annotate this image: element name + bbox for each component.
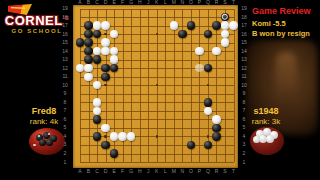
- coord-label: 13: [60, 57, 70, 62]
- grid-line: [174, 9, 175, 163]
- stone-black-Q16: [204, 30, 212, 38]
- bowl-highlight: [48, 133, 50, 135]
- coord-label: N: [178, 169, 186, 174]
- stone-white-C8: [93, 98, 101, 106]
- coord-label: 1: [60, 160, 70, 165]
- komi-label: Komi -5.5: [252, 19, 318, 28]
- coord-label: 15: [60, 40, 70, 45]
- coord-label: F: [119, 0, 127, 5]
- coord-label: 2: [60, 151, 70, 156]
- coord-label: 6: [239, 117, 249, 122]
- stone-black-C13: [93, 55, 101, 63]
- grid-line: [80, 94, 234, 95]
- stone-black-D3: [101, 141, 109, 149]
- stone-black-B15: [84, 38, 92, 46]
- stone-black-C6: [93, 115, 101, 123]
- coord-label: S: [221, 169, 229, 174]
- coord-label: O: [187, 0, 195, 5]
- background-photo-highlight: [276, 52, 296, 112]
- grid-line: [234, 9, 235, 163]
- coord-label: E: [110, 169, 118, 174]
- stone-white-S16: [221, 30, 229, 38]
- grid-line: [80, 154, 234, 155]
- stone-white-D15: [101, 38, 109, 46]
- coord-label: B: [85, 169, 93, 174]
- stone-black-B16: [84, 30, 92, 38]
- bowl-stone: [39, 139, 46, 146]
- coord-label: 17: [60, 23, 70, 28]
- coord-label: 1: [239, 160, 249, 165]
- stone-black-R4: [212, 132, 220, 140]
- grid-line: [199, 9, 200, 163]
- coord-label: 12: [60, 66, 70, 71]
- stone-white-E14: [110, 47, 118, 55]
- stone-white-P14: [195, 47, 203, 55]
- coord-label: D: [102, 0, 110, 5]
- coord-label: Q: [204, 169, 212, 174]
- coord-label: C: [93, 169, 101, 174]
- coord-label: 15: [239, 40, 249, 45]
- stone-black-C4: [93, 132, 101, 140]
- coord-label: 16: [239, 32, 249, 37]
- go-board[interactable]: [73, 5, 238, 168]
- stone-white-S15: [221, 38, 229, 46]
- stone-black-R5: [212, 124, 220, 132]
- coord-label: A: [76, 169, 84, 174]
- stone-black-B13: [84, 55, 92, 63]
- coord-label: 2: [239, 151, 249, 156]
- stone-white-D5: [101, 124, 109, 132]
- coord-label: 10: [239, 83, 249, 88]
- coord-label: J: [144, 169, 152, 174]
- stone-black-B17: [84, 21, 92, 29]
- coord-label: S: [221, 0, 229, 5]
- stone-black-O17: [187, 21, 195, 29]
- stone-white-B12: [84, 64, 92, 72]
- stone-black-A15: [76, 38, 84, 46]
- coord-label: 11: [60, 74, 70, 79]
- stone-white-E16: [110, 30, 118, 38]
- coord-label: H: [136, 169, 144, 174]
- stone-white-R6: [212, 115, 220, 123]
- coord-label: 4: [60, 134, 70, 139]
- coord-label: 18: [239, 15, 249, 20]
- coord-label: R: [212, 169, 220, 174]
- coord-label: M: [170, 0, 178, 5]
- star-point: [156, 135, 158, 137]
- bowl-highlight: [38, 135, 40, 137]
- stone-black-S18: [221, 13, 229, 21]
- stone-white-Q7: [204, 107, 212, 115]
- stone-black-R17: [212, 21, 220, 29]
- coord-label: 19: [239, 6, 249, 11]
- coord-label: C: [93, 0, 101, 5]
- coord-label: 7: [60, 108, 70, 113]
- stone-black-D12: [101, 64, 109, 72]
- bowl-stone: [46, 139, 53, 146]
- coord-label: O: [187, 169, 195, 174]
- coord-label: A: [76, 0, 84, 5]
- stone-white-C7: [93, 107, 101, 115]
- coord-label: 11: [239, 74, 249, 79]
- coord-label: D: [102, 169, 110, 174]
- last-move-marker: [222, 14, 228, 20]
- grid-line: [165, 9, 166, 163]
- coord-label: K: [153, 169, 161, 174]
- star-point: [156, 33, 158, 35]
- coord-label: 13: [239, 57, 249, 62]
- stone-white-R14: [212, 47, 220, 55]
- stone-white-E4: [110, 132, 118, 140]
- coord-label: 14: [239, 49, 249, 54]
- coord-label: L: [161, 0, 169, 5]
- stone-white-S17: [221, 21, 229, 29]
- stone-white-M17: [170, 21, 178, 29]
- bowl-stone: [266, 135, 274, 143]
- stone-white-G4: [127, 132, 135, 140]
- stone-black-O3: [187, 141, 195, 149]
- star-point: [104, 33, 106, 35]
- stone-white-A12: [76, 64, 84, 72]
- stone-black-Q3: [204, 141, 212, 149]
- coord-label: T: [230, 0, 238, 5]
- coord-label: P: [195, 0, 203, 5]
- coord-label: 5: [239, 125, 249, 130]
- coord-label: 9: [60, 91, 70, 96]
- stone-white-D14: [101, 47, 109, 55]
- coord-label: 3: [239, 142, 249, 147]
- coord-label: 8: [60, 100, 70, 105]
- star-point: [104, 135, 106, 137]
- stone-black-Q8: [204, 98, 212, 106]
- coord-label: Q: [204, 0, 212, 5]
- stone-white-C17: [93, 21, 101, 29]
- coord-label: 19: [60, 6, 70, 11]
- coord-label: 17: [239, 23, 249, 28]
- coord-label: E: [110, 0, 118, 5]
- coord-label: G: [127, 169, 135, 174]
- stone-black-N16: [178, 30, 186, 38]
- coord-label: 9: [239, 91, 249, 96]
- grid-line: [80, 162, 234, 163]
- coord-label: 4: [239, 134, 249, 139]
- coord-label: 3: [60, 142, 70, 147]
- coord-label: N: [178, 0, 186, 5]
- stone-white-B11: [84, 73, 92, 81]
- coord-label: T: [230, 169, 238, 174]
- grid-line: [191, 9, 192, 163]
- coord-label: 16: [60, 32, 70, 37]
- stone-white-C10: [93, 81, 101, 89]
- grid-line: [80, 119, 234, 120]
- coord-label: B: [85, 0, 93, 5]
- stone-black-C16: [93, 30, 101, 38]
- coord-label: 7: [239, 108, 249, 113]
- stone-white-T17: [229, 21, 237, 29]
- game-review-screen: CORNEL'S GO SCHOOL Fred8 rank: 4k Game R…: [0, 0, 320, 180]
- coord-label: 10: [60, 83, 70, 88]
- coord-label: 18: [60, 15, 70, 20]
- coord-label: K: [153, 0, 161, 5]
- stone-white-E13: [110, 55, 118, 63]
- white-stone-bowl: [250, 127, 284, 155]
- coord-label: 6: [60, 117, 70, 122]
- review-title: Game Review: [252, 6, 318, 16]
- bowl-stone: [253, 136, 260, 143]
- coord-label: P: [195, 169, 203, 174]
- coord-label: G: [127, 0, 135, 5]
- coord-label: F: [119, 169, 127, 174]
- coord-label: H: [136, 0, 144, 5]
- stone-white-C14: [93, 47, 101, 55]
- stone-white-D17: [101, 21, 109, 29]
- bowl-highlight: [33, 144, 36, 146]
- stone-black-B14: [84, 47, 92, 55]
- stone-black-E2: [110, 149, 118, 157]
- coord-label: 5: [60, 125, 70, 130]
- coord-label: L: [161, 169, 169, 174]
- stone-black-E12: [110, 64, 118, 72]
- ghost-stone-P12: [195, 64, 203, 72]
- coord-label: 8: [239, 100, 249, 105]
- coord-label: M: [170, 169, 178, 174]
- coord-label: 14: [60, 49, 70, 54]
- stone-white-F4: [118, 132, 126, 140]
- coord-label: R: [212, 0, 220, 5]
- result-label: B won by resign: [252, 29, 318, 38]
- coord-label: 12: [239, 66, 249, 71]
- star-point: [207, 135, 209, 137]
- coord-label: J: [144, 0, 152, 5]
- stone-black-Q12: [204, 64, 212, 72]
- stone-black-D11: [101, 73, 109, 81]
